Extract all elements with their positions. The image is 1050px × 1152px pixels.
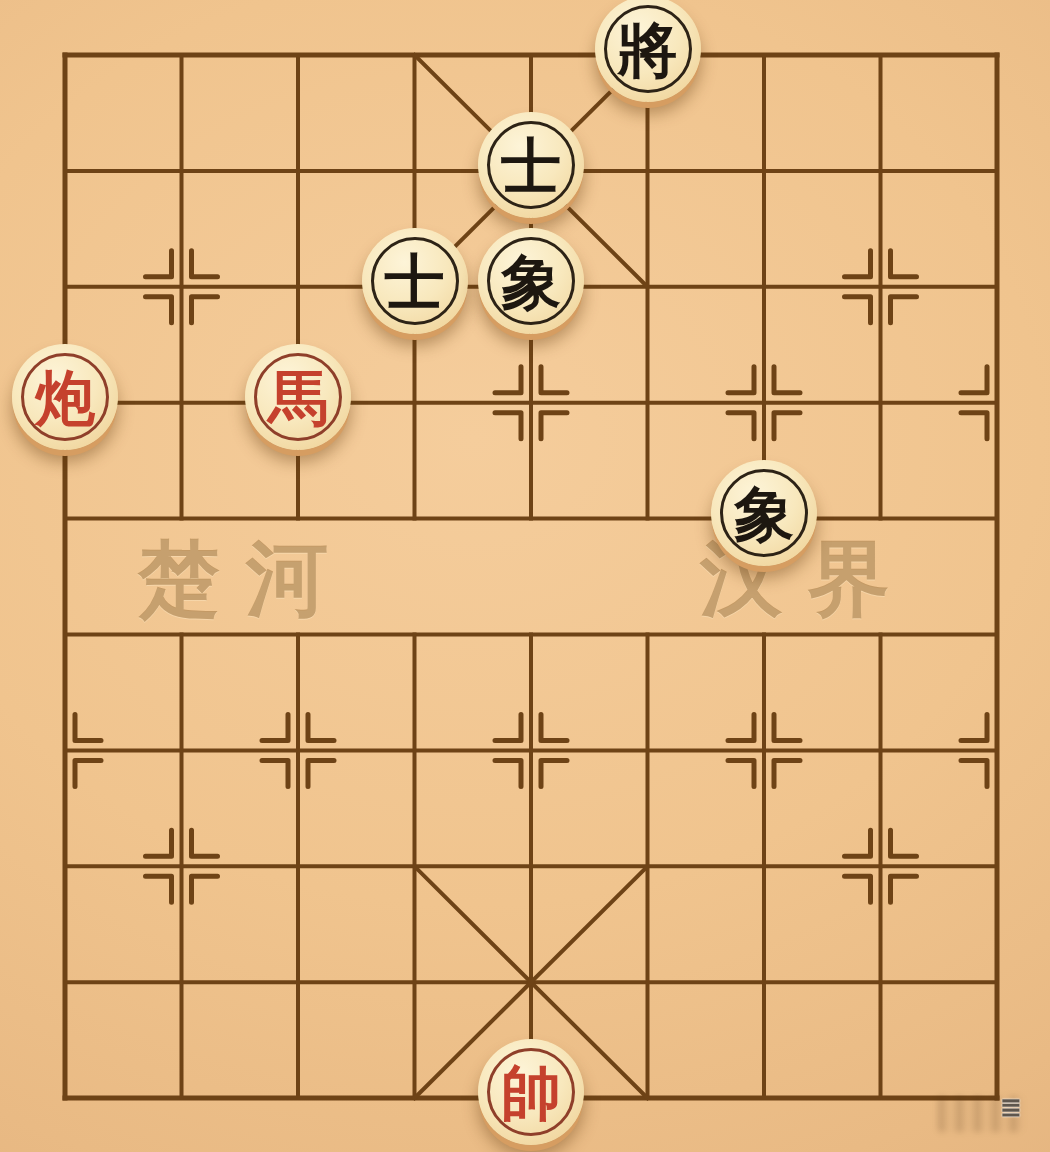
piece-glyph: 炮 [35, 368, 95, 428]
piece-black-elephant-1[interactable]: 象 [478, 228, 584, 334]
piece-glyph: 將 [618, 20, 678, 80]
piece-glyph: 象 [734, 484, 794, 544]
watermark-glyph: ≣ [1000, 1092, 1022, 1126]
piece-glyph: 象 [501, 252, 561, 312]
river-label-chu-he: 楚河 [138, 522, 354, 634]
piece-red-cannon[interactable]: 炮 [12, 344, 118, 450]
piece-glyph: 馬 [268, 368, 328, 428]
piece-red-horse[interactable]: 馬 [245, 344, 351, 450]
piece-black-advisor-2[interactable]: 士 [362, 228, 468, 334]
piece-glyph: 帥 [501, 1063, 561, 1123]
piece-glyph: 士 [501, 136, 561, 196]
piece-glyph: 士 [385, 252, 445, 312]
piece-red-general[interactable]: 帥 [478, 1039, 584, 1145]
piece-black-general[interactable]: 將 [595, 0, 701, 102]
piece-black-elephant-2[interactable]: 象 [711, 460, 817, 566]
xiangqi-board[interactable]: 楚河 汉界 將士士象炮馬象帥 ≣ [0, 0, 1050, 1152]
piece-black-advisor-1[interactable]: 士 [478, 112, 584, 218]
